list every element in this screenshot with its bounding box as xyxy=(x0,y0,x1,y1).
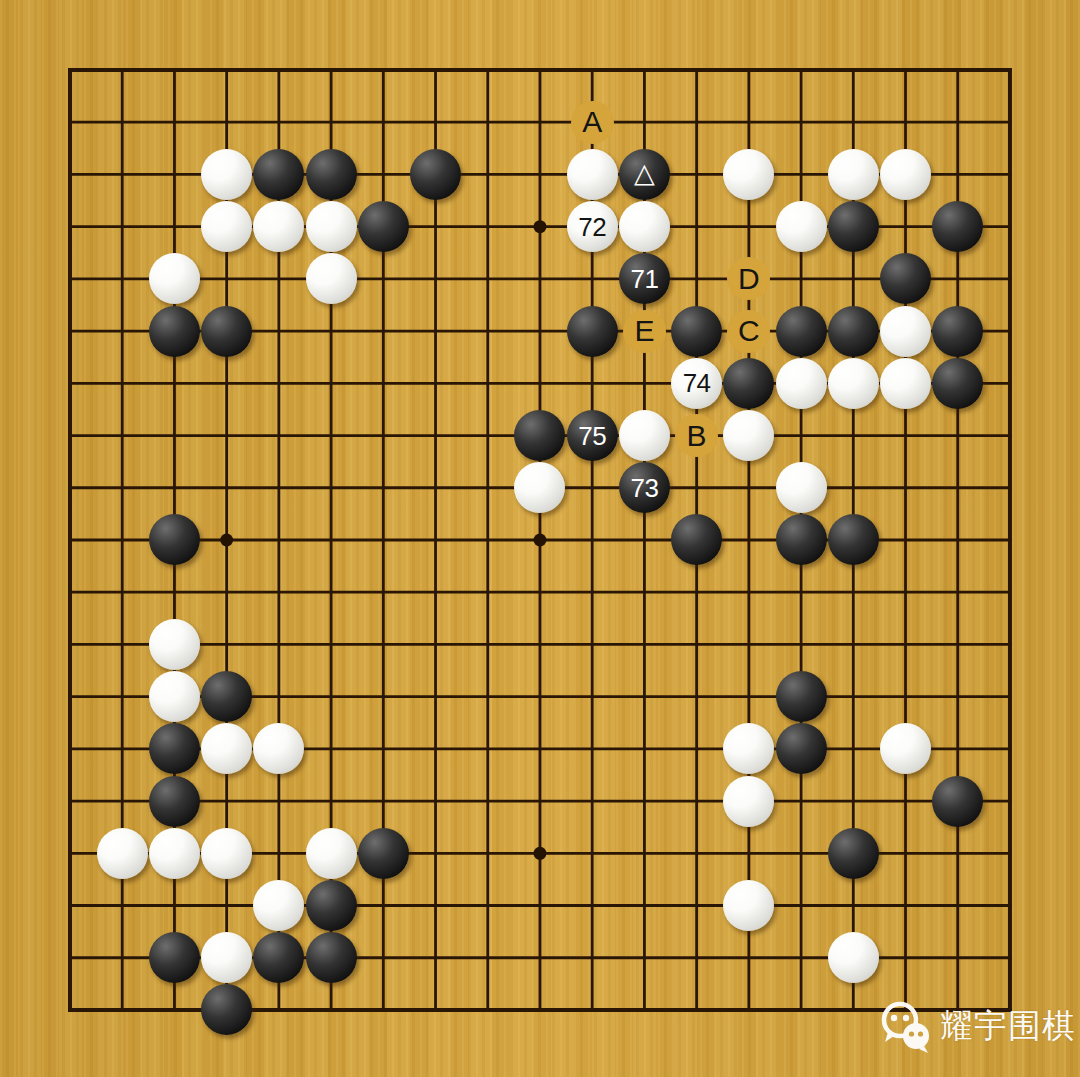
intersection[interactable] xyxy=(44,827,96,879)
intersection[interactable]: 71 xyxy=(618,253,670,305)
intersection[interactable]: C xyxy=(723,305,775,357)
intersection[interactable] xyxy=(305,618,357,670)
intersection[interactable] xyxy=(775,932,827,984)
intersection[interactable] xyxy=(827,357,879,409)
intersection[interactable] xyxy=(357,514,409,566)
intersection[interactable]: D xyxy=(723,253,775,305)
intersection[interactable] xyxy=(357,253,409,305)
intersection[interactable] xyxy=(409,723,461,775)
intersection[interactable] xyxy=(96,44,148,96)
intersection[interactable] xyxy=(148,253,200,305)
intersection[interactable] xyxy=(148,879,200,931)
intersection[interactable] xyxy=(409,879,461,931)
intersection[interactable] xyxy=(462,201,514,253)
intersection[interactable] xyxy=(148,409,200,461)
intersection[interactable] xyxy=(148,932,200,984)
intersection[interactable] xyxy=(462,566,514,618)
intersection[interactable] xyxy=(618,671,670,723)
intersection[interactable] xyxy=(96,96,148,148)
intersection[interactable] xyxy=(775,96,827,148)
intersection[interactable] xyxy=(148,566,200,618)
intersection[interactable] xyxy=(879,879,931,931)
intersection[interactable]: A xyxy=(566,96,618,148)
intersection[interactable] xyxy=(566,514,618,566)
intersection[interactable] xyxy=(148,96,200,148)
intersection[interactable] xyxy=(96,148,148,200)
intersection[interactable]: 73 xyxy=(618,462,670,514)
intersection[interactable] xyxy=(253,618,305,670)
intersection[interactable] xyxy=(148,618,200,670)
intersection[interactable] xyxy=(253,671,305,723)
intersection[interactable] xyxy=(201,723,253,775)
intersection[interactable] xyxy=(305,253,357,305)
intersection[interactable] xyxy=(984,932,1036,984)
intersection[interactable] xyxy=(148,984,200,1036)
intersection[interactable] xyxy=(566,566,618,618)
intersection[interactable] xyxy=(148,44,200,96)
intersection[interactable] xyxy=(253,514,305,566)
intersection[interactable] xyxy=(96,253,148,305)
intersection[interactable] xyxy=(462,44,514,96)
intersection[interactable] xyxy=(514,357,566,409)
intersection[interactable] xyxy=(879,618,931,670)
intersection[interactable] xyxy=(723,618,775,670)
intersection[interactable] xyxy=(879,201,931,253)
intersection[interactable] xyxy=(723,514,775,566)
intersection[interactable] xyxy=(671,723,723,775)
intersection[interactable] xyxy=(409,357,461,409)
intersection[interactable] xyxy=(671,671,723,723)
intersection[interactable] xyxy=(409,409,461,461)
intersection[interactable] xyxy=(566,723,618,775)
intersection[interactable] xyxy=(462,671,514,723)
intersection[interactable] xyxy=(566,827,618,879)
intersection[interactable] xyxy=(44,723,96,775)
intersection[interactable] xyxy=(201,462,253,514)
intersection[interactable] xyxy=(723,201,775,253)
intersection[interactable] xyxy=(879,305,931,357)
intersection[interactable] xyxy=(827,44,879,96)
intersection[interactable] xyxy=(44,357,96,409)
intersection[interactable] xyxy=(671,44,723,96)
intersection[interactable] xyxy=(775,357,827,409)
intersection[interactable] xyxy=(671,96,723,148)
intersection[interactable] xyxy=(723,462,775,514)
intersection[interactable] xyxy=(462,409,514,461)
intersection[interactable] xyxy=(723,409,775,461)
intersection[interactable] xyxy=(723,44,775,96)
intersection[interactable] xyxy=(671,618,723,670)
intersection[interactable] xyxy=(148,671,200,723)
intersection[interactable] xyxy=(723,723,775,775)
intersection[interactable] xyxy=(566,148,618,200)
intersection[interactable] xyxy=(984,148,1036,200)
intersection[interactable] xyxy=(409,253,461,305)
intersection[interactable] xyxy=(827,148,879,200)
intersection[interactable] xyxy=(827,618,879,670)
intersection[interactable] xyxy=(775,148,827,200)
intersection[interactable] xyxy=(984,462,1036,514)
intersection[interactable] xyxy=(44,96,96,148)
intersection[interactable] xyxy=(879,775,931,827)
intersection[interactable] xyxy=(618,984,670,1036)
intersection[interactable] xyxy=(357,723,409,775)
intersection[interactable] xyxy=(357,775,409,827)
intersection[interactable] xyxy=(96,932,148,984)
intersection[interactable] xyxy=(462,984,514,1036)
intersection[interactable] xyxy=(305,775,357,827)
intersection[interactable] xyxy=(932,514,984,566)
intersection[interactable] xyxy=(409,984,461,1036)
intersection[interactable] xyxy=(253,201,305,253)
intersection[interactable] xyxy=(723,827,775,879)
intersection[interactable] xyxy=(723,932,775,984)
intersection[interactable] xyxy=(148,775,200,827)
intersection[interactable] xyxy=(253,44,305,96)
intersection[interactable] xyxy=(148,827,200,879)
intersection[interactable] xyxy=(566,618,618,670)
intersection[interactable] xyxy=(932,253,984,305)
intersection[interactable] xyxy=(566,775,618,827)
intersection[interactable] xyxy=(409,827,461,879)
intersection[interactable] xyxy=(932,827,984,879)
intersection[interactable] xyxy=(96,462,148,514)
intersection[interactable] xyxy=(879,671,931,723)
intersection[interactable] xyxy=(357,305,409,357)
intersection[interactable] xyxy=(775,44,827,96)
intersection[interactable] xyxy=(148,514,200,566)
intersection[interactable] xyxy=(775,723,827,775)
intersection[interactable] xyxy=(44,879,96,931)
intersection[interactable] xyxy=(514,305,566,357)
intersection[interactable] xyxy=(566,879,618,931)
intersection[interactable] xyxy=(932,357,984,409)
intersection[interactable] xyxy=(984,305,1036,357)
intersection[interactable] xyxy=(409,96,461,148)
intersection[interactable] xyxy=(775,984,827,1036)
intersection[interactable] xyxy=(148,305,200,357)
intersection[interactable] xyxy=(44,618,96,670)
intersection[interactable] xyxy=(201,984,253,1036)
intersection[interactable] xyxy=(984,879,1036,931)
intersection[interactable] xyxy=(618,932,670,984)
intersection[interactable] xyxy=(148,148,200,200)
intersection[interactable] xyxy=(514,932,566,984)
intersection[interactable] xyxy=(879,566,931,618)
intersection[interactable] xyxy=(879,96,931,148)
intersection[interactable] xyxy=(723,879,775,931)
intersection[interactable] xyxy=(357,96,409,148)
intersection[interactable] xyxy=(514,96,566,148)
intersection[interactable] xyxy=(671,462,723,514)
intersection[interactable] xyxy=(775,827,827,879)
intersection[interactable] xyxy=(253,305,305,357)
intersection[interactable] xyxy=(566,253,618,305)
intersection[interactable] xyxy=(775,253,827,305)
intersection[interactable] xyxy=(932,96,984,148)
intersection[interactable] xyxy=(357,409,409,461)
intersection[interactable] xyxy=(44,148,96,200)
intersection[interactable] xyxy=(357,201,409,253)
intersection[interactable] xyxy=(827,409,879,461)
intersection[interactable] xyxy=(44,462,96,514)
intersection[interactable] xyxy=(253,775,305,827)
intersection[interactable] xyxy=(305,201,357,253)
intersection[interactable] xyxy=(148,723,200,775)
intersection[interactable] xyxy=(201,305,253,357)
intersection[interactable] xyxy=(775,671,827,723)
intersection[interactable] xyxy=(932,618,984,670)
intersection[interactable] xyxy=(305,984,357,1036)
intersection[interactable] xyxy=(618,357,670,409)
intersection[interactable] xyxy=(253,723,305,775)
intersection[interactable] xyxy=(96,618,148,670)
intersection[interactable] xyxy=(305,723,357,775)
intersection[interactable] xyxy=(932,723,984,775)
intersection[interactable] xyxy=(44,44,96,96)
intersection[interactable] xyxy=(148,201,200,253)
intersection[interactable] xyxy=(96,723,148,775)
intersection[interactable] xyxy=(618,514,670,566)
intersection[interactable] xyxy=(201,409,253,461)
intersection[interactable] xyxy=(253,462,305,514)
intersection[interactable] xyxy=(514,618,566,670)
intersection[interactable] xyxy=(932,462,984,514)
intersection[interactable] xyxy=(462,514,514,566)
intersection[interactable] xyxy=(253,409,305,461)
intersection[interactable] xyxy=(932,305,984,357)
intersection[interactable] xyxy=(671,514,723,566)
intersection[interactable] xyxy=(514,253,566,305)
intersection[interactable] xyxy=(305,148,357,200)
intersection[interactable] xyxy=(827,827,879,879)
intersection[interactable] xyxy=(44,253,96,305)
intersection[interactable] xyxy=(305,514,357,566)
intersection[interactable] xyxy=(357,984,409,1036)
intersection[interactable] xyxy=(201,201,253,253)
intersection[interactable] xyxy=(201,566,253,618)
intersection[interactable] xyxy=(984,723,1036,775)
intersection[interactable] xyxy=(305,409,357,461)
intersection[interactable] xyxy=(879,462,931,514)
intersection[interactable] xyxy=(566,305,618,357)
intersection[interactable] xyxy=(201,253,253,305)
intersection[interactable] xyxy=(462,723,514,775)
intersection[interactable] xyxy=(201,618,253,670)
intersection[interactable] xyxy=(462,827,514,879)
intersection[interactable] xyxy=(96,409,148,461)
intersection[interactable] xyxy=(514,671,566,723)
intersection[interactable] xyxy=(357,44,409,96)
intersection[interactable] xyxy=(253,253,305,305)
intersection[interactable] xyxy=(984,827,1036,879)
intersection[interactable] xyxy=(984,253,1036,305)
intersection[interactable] xyxy=(723,671,775,723)
intersection[interactable] xyxy=(566,984,618,1036)
intersection[interactable] xyxy=(96,671,148,723)
intersection[interactable] xyxy=(44,409,96,461)
intersection[interactable] xyxy=(462,879,514,931)
intersection[interactable] xyxy=(96,879,148,931)
intersection[interactable] xyxy=(253,932,305,984)
intersection[interactable] xyxy=(671,984,723,1036)
intersection[interactable] xyxy=(201,96,253,148)
intersection[interactable] xyxy=(618,827,670,879)
intersection[interactable] xyxy=(462,357,514,409)
intersection[interactable] xyxy=(932,201,984,253)
intersection[interactable] xyxy=(827,96,879,148)
intersection[interactable] xyxy=(827,723,879,775)
intersection[interactable] xyxy=(671,932,723,984)
intersection[interactable] xyxy=(723,96,775,148)
intersection[interactable] xyxy=(827,514,879,566)
intersection[interactable] xyxy=(96,775,148,827)
intersection[interactable] xyxy=(775,514,827,566)
intersection[interactable] xyxy=(253,984,305,1036)
intersection[interactable] xyxy=(409,618,461,670)
intersection[interactable] xyxy=(775,775,827,827)
intersection[interactable] xyxy=(879,827,931,879)
intersection[interactable] xyxy=(618,96,670,148)
intersection[interactable] xyxy=(879,357,931,409)
intersection[interactable] xyxy=(671,305,723,357)
intersection[interactable] xyxy=(723,984,775,1036)
intersection[interactable] xyxy=(514,566,566,618)
intersection[interactable] xyxy=(827,253,879,305)
intersection[interactable] xyxy=(932,409,984,461)
intersection[interactable] xyxy=(514,201,566,253)
intersection[interactable] xyxy=(357,827,409,879)
intersection[interactable] xyxy=(984,357,1036,409)
intersection[interactable] xyxy=(305,932,357,984)
intersection[interactable] xyxy=(201,932,253,984)
intersection[interactable] xyxy=(44,514,96,566)
intersection[interactable] xyxy=(932,148,984,200)
intersection[interactable] xyxy=(409,671,461,723)
intersection[interactable] xyxy=(409,462,461,514)
intersection[interactable] xyxy=(201,357,253,409)
intersection[interactable] xyxy=(932,44,984,96)
intersection[interactable] xyxy=(514,879,566,931)
intersection[interactable] xyxy=(514,984,566,1036)
intersection[interactable] xyxy=(253,827,305,879)
intersection[interactable] xyxy=(253,879,305,931)
intersection[interactable] xyxy=(618,618,670,670)
intersection[interactable] xyxy=(879,514,931,566)
intersection[interactable] xyxy=(357,148,409,200)
intersection[interactable] xyxy=(723,775,775,827)
intersection[interactable] xyxy=(566,462,618,514)
intersection[interactable] xyxy=(827,879,879,931)
intersection[interactable] xyxy=(514,827,566,879)
intersection[interactable] xyxy=(253,357,305,409)
intersection[interactable] xyxy=(201,514,253,566)
intersection[interactable] xyxy=(462,253,514,305)
intersection[interactable] xyxy=(566,357,618,409)
intersection[interactable] xyxy=(357,462,409,514)
intersection[interactable] xyxy=(409,775,461,827)
intersection[interactable] xyxy=(148,462,200,514)
intersection[interactable]: 75 xyxy=(566,409,618,461)
intersection[interactable] xyxy=(618,879,670,931)
intersection[interactable] xyxy=(357,566,409,618)
intersection[interactable] xyxy=(671,253,723,305)
intersection[interactable] xyxy=(827,462,879,514)
intersection[interactable] xyxy=(618,201,670,253)
intersection[interactable] xyxy=(514,409,566,461)
intersection[interactable] xyxy=(409,514,461,566)
intersection[interactable] xyxy=(566,671,618,723)
intersection[interactable] xyxy=(305,96,357,148)
intersection[interactable] xyxy=(462,462,514,514)
intersection[interactable]: 72 xyxy=(566,201,618,253)
intersection[interactable] xyxy=(409,44,461,96)
intersection[interactable] xyxy=(827,305,879,357)
intersection[interactable] xyxy=(514,723,566,775)
intersection[interactable] xyxy=(201,44,253,96)
intersection[interactable] xyxy=(671,879,723,931)
intersection[interactable] xyxy=(44,671,96,723)
intersection[interactable] xyxy=(827,932,879,984)
intersection[interactable] xyxy=(201,671,253,723)
intersection[interactable] xyxy=(671,148,723,200)
intersection[interactable] xyxy=(984,514,1036,566)
intersection[interactable] xyxy=(462,96,514,148)
intersection[interactable] xyxy=(96,566,148,618)
intersection[interactable] xyxy=(984,96,1036,148)
intersection[interactable] xyxy=(618,723,670,775)
intersection[interactable] xyxy=(827,775,879,827)
intersection[interactable] xyxy=(566,44,618,96)
intersection[interactable] xyxy=(618,44,670,96)
intersection[interactable] xyxy=(305,671,357,723)
intersection[interactable] xyxy=(879,44,931,96)
intersection[interactable] xyxy=(253,566,305,618)
intersection[interactable] xyxy=(305,879,357,931)
intersection[interactable] xyxy=(305,462,357,514)
intersection[interactable] xyxy=(96,357,148,409)
intersection[interactable] xyxy=(462,618,514,670)
intersection[interactable] xyxy=(566,932,618,984)
intersection[interactable] xyxy=(44,305,96,357)
intersection[interactable] xyxy=(932,879,984,931)
intersection[interactable] xyxy=(96,827,148,879)
intersection[interactable] xyxy=(775,566,827,618)
intersection[interactable] xyxy=(514,775,566,827)
intersection[interactable] xyxy=(305,827,357,879)
intersection[interactable] xyxy=(96,514,148,566)
intersection[interactable] xyxy=(879,932,931,984)
intersection[interactable] xyxy=(879,253,931,305)
intersection[interactable] xyxy=(514,44,566,96)
intersection[interactable] xyxy=(723,148,775,200)
intersection[interactable] xyxy=(671,775,723,827)
intersection[interactable] xyxy=(671,827,723,879)
intersection[interactable] xyxy=(827,671,879,723)
intersection[interactable] xyxy=(932,566,984,618)
intersection[interactable] xyxy=(357,671,409,723)
intersection[interactable] xyxy=(984,44,1036,96)
intersection[interactable] xyxy=(932,932,984,984)
intersection[interactable]: 74 xyxy=(671,357,723,409)
intersection[interactable] xyxy=(96,201,148,253)
intersection[interactable] xyxy=(618,409,670,461)
intersection[interactable] xyxy=(984,409,1036,461)
intersection[interactable] xyxy=(775,409,827,461)
intersection[interactable] xyxy=(984,618,1036,670)
intersection[interactable] xyxy=(879,409,931,461)
intersection[interactable] xyxy=(775,462,827,514)
